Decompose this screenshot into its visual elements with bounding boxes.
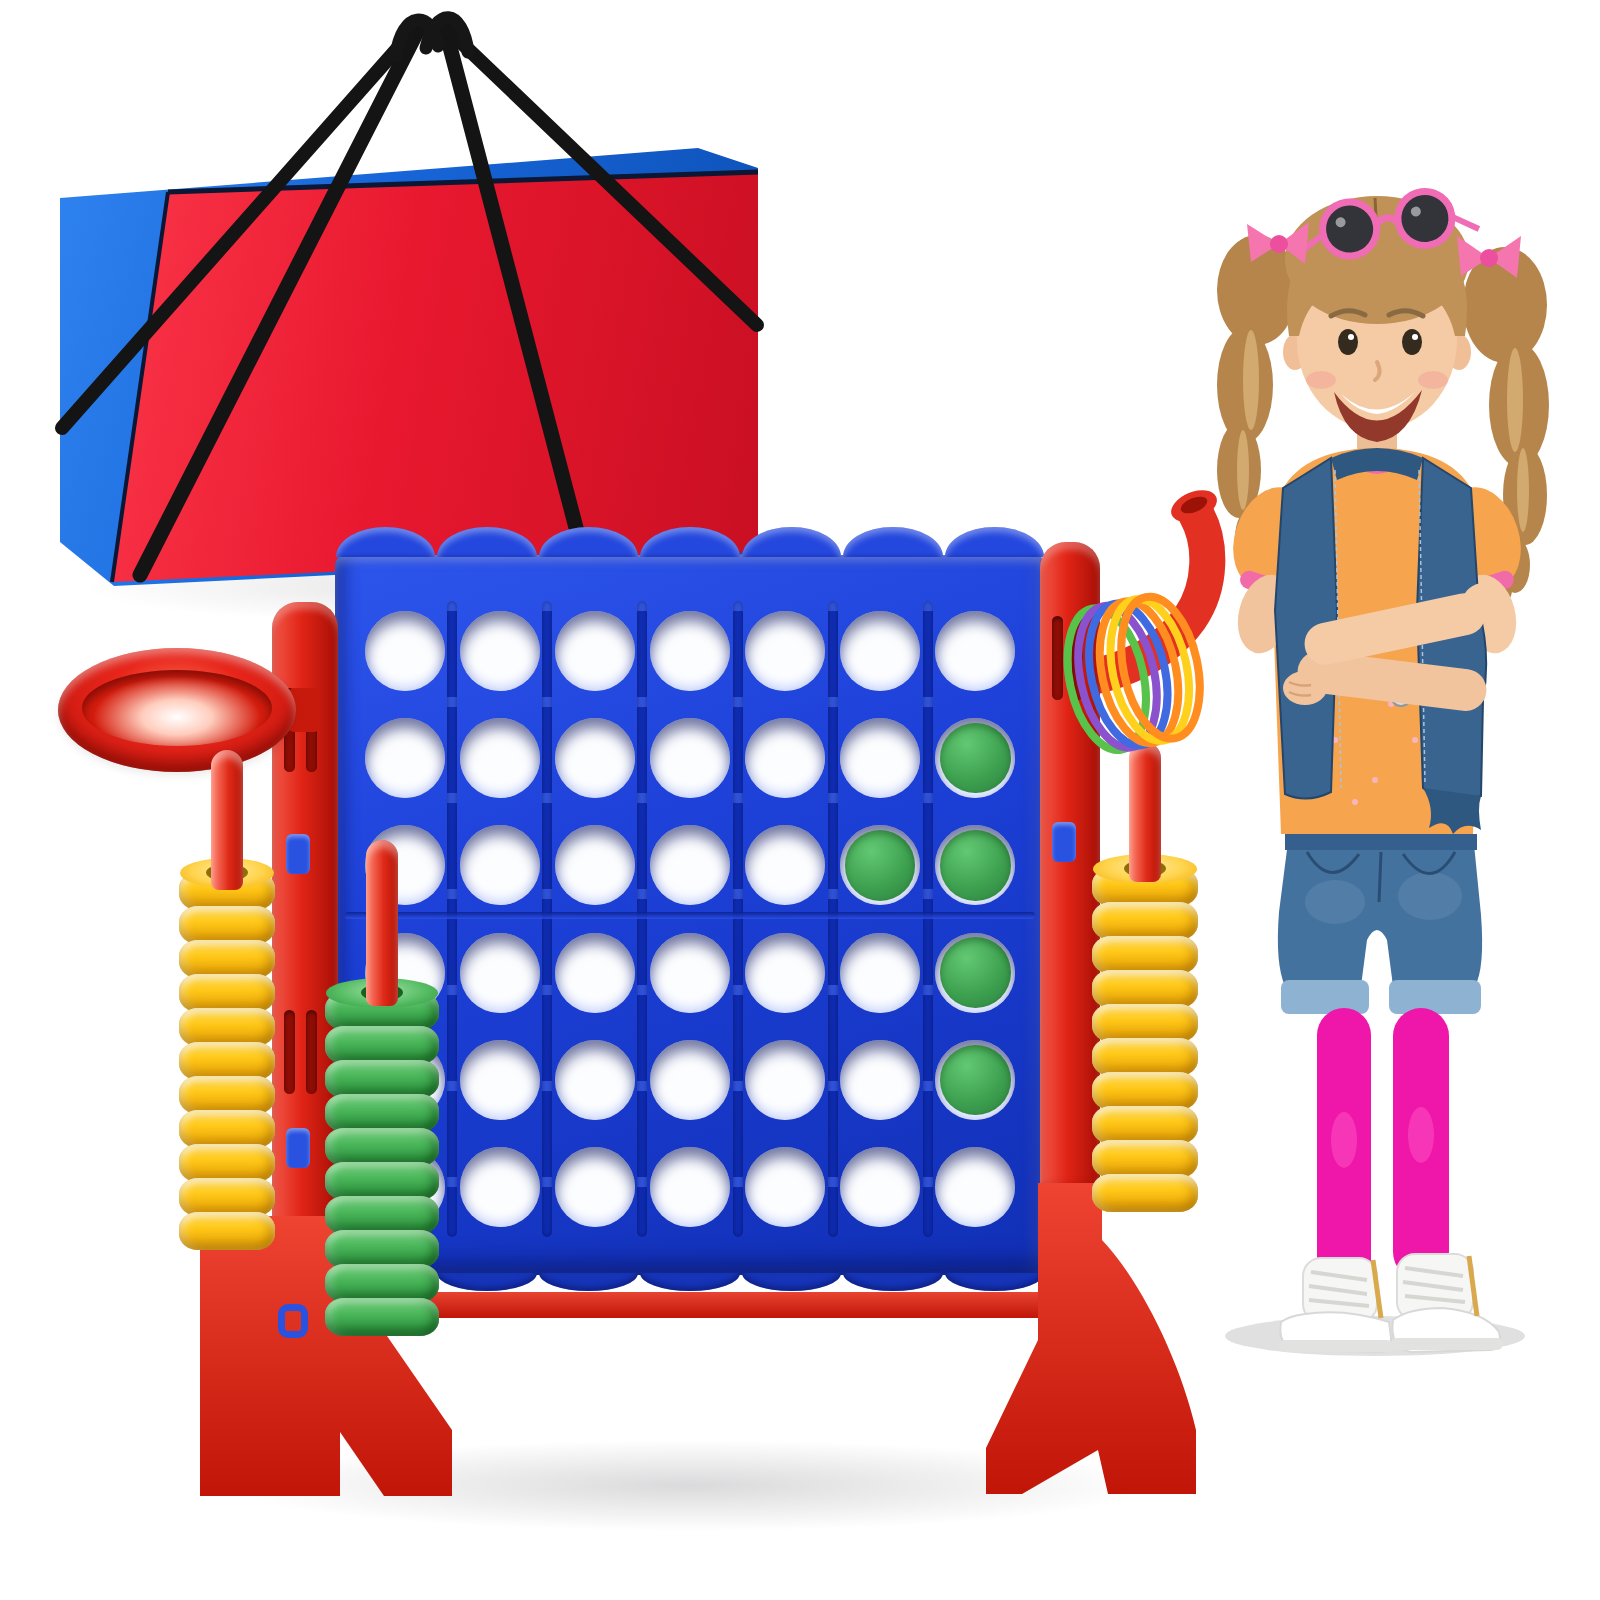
post-slot [1072,616,1083,700]
game-disc-yellow [1092,1106,1198,1144]
game-disc-yellow [1092,1038,1198,1076]
game-disc-yellow [1092,1072,1198,1110]
shirt-collar [1341,452,1413,474]
girl-eye-right [1402,329,1422,355]
denim-vest [1275,448,1486,834]
board-scallop [742,527,841,557]
board-rib [923,601,933,1237]
board-scallop [843,1273,942,1291]
game-disc-yellow [179,940,275,978]
hook-tip-opening [1178,493,1209,516]
board-bottom-scallops [335,1273,1045,1291]
girl-face [1297,250,1457,430]
vest-button [1391,686,1411,706]
board-scallop [539,527,638,557]
tights-highlight [1408,1107,1434,1163]
board-top-scallops [335,527,1045,557]
board-scallop [742,1273,841,1291]
pole-front-green [366,840,398,1006]
girl-nose [1375,362,1380,380]
right-post [1040,542,1100,1192]
hook-tip [1167,484,1222,528]
girl [1185,140,1575,1370]
board-ribs [357,597,1023,1241]
shoe-right [1391,1254,1503,1352]
shoe-zipper [1469,1256,1477,1316]
toss-ring-orange [1109,590,1211,746]
toss-ring-yellow [1099,592,1201,748]
game-disc-yellow [179,1076,275,1114]
post-slot [306,1010,317,1094]
game-disc-yellow [179,1110,275,1148]
game-disc-yellow [179,1042,275,1080]
board-scallop [640,1273,739,1291]
game-disc-yellow [179,1212,275,1250]
board-rib [637,601,647,1237]
vest-ruffle [1423,788,1481,834]
game-disc-yellow [1092,970,1198,1008]
scene [0,0,1600,1600]
post-clip [286,1128,310,1168]
pole-right-yellow [1129,742,1161,882]
board-seam [345,912,1035,919]
girl-hand-left [1283,671,1327,705]
board-scallop [437,1273,536,1291]
girl-eye-left [1338,329,1358,355]
board-scallop [336,527,435,557]
shoe-zipper [1373,1260,1381,1318]
girl-arms [1283,579,1506,713]
post-slot [284,1010,295,1094]
girl-ear-left [1283,334,1307,370]
game-disc-yellow [179,974,275,1012]
eye-glint [1412,334,1418,340]
bag-handle-left [396,20,438,56]
tights-highlight [1331,1112,1357,1168]
game-disc-yellow [1092,1140,1198,1178]
shorts-cuff-left [1281,980,1369,1014]
post-clip [1052,822,1076,862]
girl-brows [1331,311,1423,316]
tights-left [1317,1008,1371,1292]
game-disc-yellow [1092,1004,1198,1042]
pigtail-left [1217,235,1297,584]
post-slot [1052,616,1063,700]
denim-shorts [1278,834,1482,1014]
game-disc-yellow [179,1178,275,1216]
board-scallop [945,1273,1044,1291]
board-rib [733,601,743,1237]
board-rib [542,601,552,1237]
pole-left-yellow [211,750,243,890]
board-scallop [437,527,536,557]
sleeve-left [1221,477,1322,659]
board-scallop [945,527,1044,557]
girl-shadow [1225,1316,1525,1356]
girl-blush [1306,371,1336,389]
game-board [335,555,1045,1275]
hand-fingers [1289,682,1311,696]
girl-neck [1357,422,1397,462]
post-clip-loop [278,1304,308,1338]
girl-ear-right [1447,334,1471,370]
shoe-left [1279,1258,1393,1352]
disc-stack-right-yellow [1092,868,1198,1212]
disc-stack-left-yellow [179,872,275,1250]
game-floor-shadow [210,1438,1170,1533]
game-disc-yellow [1092,1174,1198,1212]
board-rib [828,601,838,1237]
bag-handle-right [426,18,468,52]
tights-right [1393,1008,1449,1280]
sunglasses [1294,184,1480,263]
game-disc-yellow [179,1144,275,1182]
hair-bow-right [1457,236,1521,278]
girl-blush [1418,371,1448,389]
board-scallop [640,527,739,557]
game-disc-yellow [179,1008,275,1046]
sleeve-right [1433,477,1534,659]
board-scallop [843,527,942,557]
toss-ring-orange [1088,594,1190,750]
eye-glint [1348,334,1354,340]
shorts-cuff-right [1389,980,1481,1014]
game-disc-yellow [1092,936,1198,974]
board-scallop [336,1273,435,1291]
game-disc-yellow [1092,902,1198,940]
basketball-hoop [58,648,296,772]
post-clip [286,834,310,874]
hair-bow-left [1247,222,1309,264]
board-rib [447,601,457,1237]
game-disc-yellow [179,906,275,944]
pigtail-right [1463,247,1549,604]
girl-shirt [1273,448,1481,834]
board-scallop [539,1273,638,1291]
girl-hand-right [1460,579,1505,617]
base-crossbar [330,1292,1100,1318]
girl-hair [1285,196,1469,336]
girl-smile [1334,390,1422,442]
